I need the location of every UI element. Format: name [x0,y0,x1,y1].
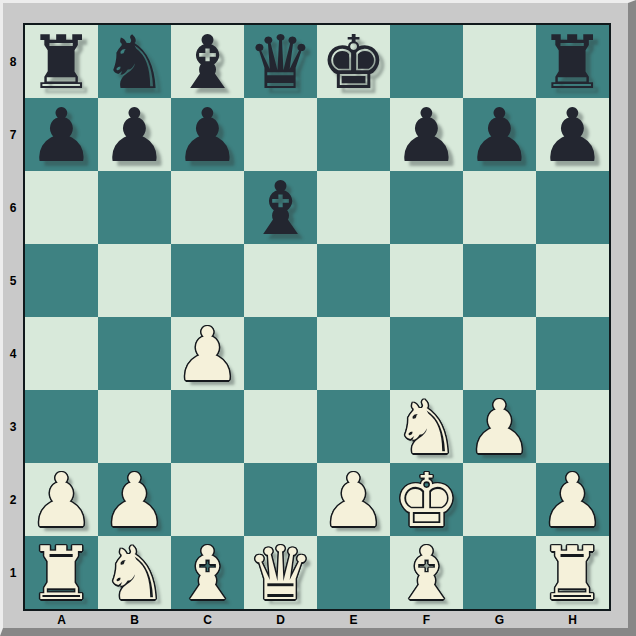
black-knight: ♞ [101,25,167,99]
rank-label-5: 5 [3,244,23,317]
file-label-f: F [390,611,463,628]
square-a5[interactable] [25,244,98,317]
white-pawn: ♟ [101,463,167,537]
white-pawn: ♟ [174,317,240,391]
black-rook: ♜ [28,25,94,99]
square-e4[interactable] [317,317,390,390]
square-a6[interactable] [25,171,98,244]
file-label-h: H [536,611,609,628]
rank-label-4: 4 [3,317,23,390]
square-h3[interactable] [536,390,609,463]
board-panel: 87654321 ♜♞♝♛♚♜♟♟♟♟♟♟♝♟♞♟♟♟♟♚♟♜♞♝♛♝♜ ABC… [3,3,628,628]
square-g5[interactable] [463,244,536,317]
square-e5[interactable] [317,244,390,317]
file-label-d: D [244,611,317,628]
square-d6[interactable]: ♝ [244,171,317,244]
square-a2[interactable]: ♟ [25,463,98,536]
square-e1[interactable] [317,536,390,609]
square-g1[interactable] [463,536,536,609]
square-d5[interactable] [244,244,317,317]
square-h5[interactable] [536,244,609,317]
white-knight: ♞ [393,390,459,464]
black-pawn: ♟ [174,98,240,172]
chess-board: ♜♞♝♛♚♜♟♟♟♟♟♟♝♟♞♟♟♟♟♚♟♜♞♝♛♝♜ [23,23,611,611]
square-b6[interactable] [98,171,171,244]
square-e8[interactable]: ♚ [317,25,390,98]
file-label-g: G [463,611,536,628]
square-c7[interactable]: ♟ [171,98,244,171]
square-d8[interactable]: ♛ [244,25,317,98]
square-a3[interactable] [25,390,98,463]
square-b7[interactable]: ♟ [98,98,171,171]
square-d2[interactable] [244,463,317,536]
square-d4[interactable] [244,317,317,390]
rank-label-8: 8 [3,25,23,98]
square-b5[interactable] [98,244,171,317]
white-king: ♚ [393,463,459,537]
square-b4[interactable] [98,317,171,390]
white-pawn: ♟ [466,390,532,464]
square-b8[interactable]: ♞ [98,25,171,98]
white-rook: ♜ [28,536,94,610]
square-a8[interactable]: ♜ [25,25,98,98]
white-bishop: ♝ [393,536,459,610]
square-a7[interactable]: ♟ [25,98,98,171]
square-f7[interactable]: ♟ [390,98,463,171]
black-bishop: ♝ [247,171,313,245]
file-label-b: B [98,611,171,628]
square-f8[interactable] [390,25,463,98]
rank-label-1: 1 [3,536,23,609]
black-pawn: ♟ [466,98,532,172]
square-c5[interactable] [171,244,244,317]
square-g3[interactable]: ♟ [463,390,536,463]
file-labels: ABCDEFGH [25,611,609,628]
white-pawn: ♟ [320,463,386,537]
square-b3[interactable] [98,390,171,463]
white-pawn: ♟ [28,463,94,537]
rank-label-7: 7 [3,98,23,171]
square-f5[interactable] [390,244,463,317]
square-h6[interactable] [536,171,609,244]
square-f4[interactable] [390,317,463,390]
white-knight: ♞ [101,536,167,610]
square-e6[interactable] [317,171,390,244]
square-h2[interactable]: ♟ [536,463,609,536]
file-label-c: C [171,611,244,628]
square-d7[interactable] [244,98,317,171]
square-e2[interactable]: ♟ [317,463,390,536]
file-label-e: E [317,611,390,628]
square-c6[interactable] [171,171,244,244]
black-rook: ♜ [539,25,605,99]
square-h4[interactable] [536,317,609,390]
square-c2[interactable] [171,463,244,536]
square-f1[interactable]: ♝ [390,536,463,609]
square-h7[interactable]: ♟ [536,98,609,171]
square-c1[interactable]: ♝ [171,536,244,609]
square-e7[interactable] [317,98,390,171]
black-pawn: ♟ [101,98,167,172]
black-pawn: ♟ [393,98,459,172]
square-d3[interactable] [244,390,317,463]
white-queen: ♛ [247,536,313,610]
square-f2[interactable]: ♚ [390,463,463,536]
square-g7[interactable]: ♟ [463,98,536,171]
square-c3[interactable] [171,390,244,463]
square-c8[interactable]: ♝ [171,25,244,98]
square-g6[interactable] [463,171,536,244]
rank-labels: 87654321 [3,25,23,609]
square-f3[interactable]: ♞ [390,390,463,463]
black-bishop: ♝ [174,25,240,99]
black-king: ♚ [320,25,386,99]
square-c4[interactable]: ♟ [171,317,244,390]
square-h8[interactable]: ♜ [536,25,609,98]
board-frame: 87654321 ♜♞♝♛♚♜♟♟♟♟♟♟♝♟♞♟♟♟♟♚♟♜♞♝♛♝♜ ABC… [0,0,636,636]
black-queen: ♛ [247,25,313,99]
square-g4[interactable] [463,317,536,390]
white-rook: ♜ [539,536,605,610]
square-d1[interactable]: ♛ [244,536,317,609]
black-pawn: ♟ [539,98,605,172]
square-g8[interactable] [463,25,536,98]
square-e3[interactable] [317,390,390,463]
square-a4[interactable] [25,317,98,390]
black-pawn: ♟ [28,98,94,172]
square-b1[interactable]: ♞ [98,536,171,609]
square-b2[interactable]: ♟ [98,463,171,536]
rank-label-3: 3 [3,390,23,463]
file-label-a: A [25,611,98,628]
square-g2[interactable] [463,463,536,536]
square-h1[interactable]: ♜ [536,536,609,609]
rank-label-2: 2 [3,463,23,536]
square-f6[interactable] [390,171,463,244]
white-bishop: ♝ [174,536,240,610]
rank-label-6: 6 [3,171,23,244]
white-pawn: ♟ [539,463,605,537]
square-a1[interactable]: ♜ [25,536,98,609]
